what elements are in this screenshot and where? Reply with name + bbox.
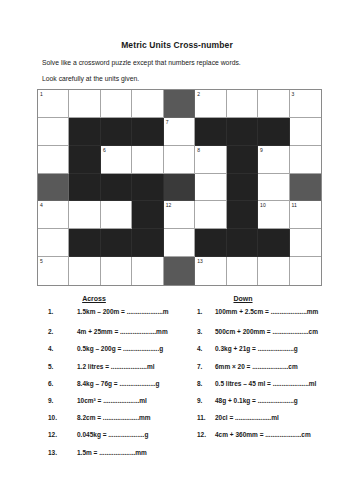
clue-item-text: 10cm³ = ....................ml <box>77 397 147 404</box>
grid-cell-r7c9[interactable] <box>290 257 321 285</box>
clue-number: 1 <box>40 91 43 97</box>
across-clue-item: 9.10cm³ = ....................ml <box>48 397 196 414</box>
clue-number: 7 <box>166 119 169 125</box>
clue-item-number: 1. <box>48 308 77 315</box>
clue-item-number: 3. <box>197 328 215 335</box>
grid-cell-r3c2 <box>69 146 100 174</box>
grid-cell-r4c6[interactable] <box>195 174 226 202</box>
grid-cell-r1c5 <box>164 90 195 118</box>
clue-item-number: 5. <box>48 363 77 370</box>
clue-item-text: 0.3kg + 21g = ....................g <box>215 345 298 352</box>
grid-cell-r6c7 <box>227 229 258 257</box>
clue-item-text: 8.2cm = ....................mm <box>77 414 151 421</box>
clue-number: 2 <box>197 91 200 97</box>
grid-cell-r4c3 <box>101 174 132 202</box>
grid-cell-r3c9[interactable] <box>290 146 321 174</box>
grid-cell-r2c9[interactable] <box>290 118 321 146</box>
clue-item-number: 6. <box>48 380 77 387</box>
across-clue-item: 6.8.4kg – 76g = ....................g <box>48 380 196 397</box>
grid-cell-r5c9[interactable]: 11 <box>290 201 321 229</box>
clue-item-text: 20cl = ....................ml <box>215 414 279 421</box>
clue-item-text: 100mm + 2.5cm = ....................mm <box>215 308 318 315</box>
grid-cell-r3c7 <box>227 146 258 174</box>
instruction-line-1: Solve like a crossword puzzle except tha… <box>42 59 241 66</box>
grid-cell-r5c7 <box>227 201 258 229</box>
grid-cell-r6c2 <box>69 229 100 257</box>
worksheet-page: Metric Units Cross-number Solve like a c… <box>0 0 354 500</box>
grid-cell-r2c2 <box>69 118 100 146</box>
grid-cell-r5c2[interactable] <box>69 201 100 229</box>
grid-cell-r3c1[interactable] <box>38 146 69 174</box>
grid-cell-r5c5[interactable]: 12 <box>164 201 195 229</box>
grid-cell-r7c8[interactable] <box>258 257 289 285</box>
grid-cell-r1c7[interactable] <box>227 90 258 118</box>
clue-item-number: 1. <box>197 308 215 315</box>
grid-cell-r6c3 <box>101 229 132 257</box>
clue-number: 8 <box>197 147 200 153</box>
clue-number: 9 <box>260 147 263 153</box>
grid-cell-r3c8[interactable]: 9 <box>258 146 289 174</box>
grid-cell-r3c4[interactable] <box>132 146 163 174</box>
down-clue-list: 1.100mm + 2.5cm = ....................mm… <box>197 308 352 449</box>
grid-cell-r2c7 <box>227 118 258 146</box>
down-clue-item: 9.48g + 0.1kg = ....................g <box>197 397 352 414</box>
down-clue-item: 3.500cm + 200mm = ....................cm <box>197 328 352 345</box>
clue-item-number: 8. <box>197 380 215 387</box>
grid-cell-r4c8[interactable] <box>258 174 289 202</box>
clue-item-number: 2. <box>48 328 77 335</box>
down-clue-item: 4.0.3kg + 21g = ....................g <box>197 345 352 362</box>
grid-cell-r1c8[interactable] <box>258 90 289 118</box>
grid-cell-r6c9[interactable] <box>290 229 321 257</box>
clue-number: 3 <box>292 91 295 97</box>
across-clue-item: 2.4m + 25mm = ....................mm <box>48 328 196 345</box>
grid-cell-r1c3[interactable] <box>101 90 132 118</box>
clue-item-text: 500cm + 200mm = ....................cm <box>215 328 318 335</box>
clue-number: 5 <box>40 258 43 264</box>
clue-number: 13 <box>197 258 203 264</box>
grid-cell-r6c8 <box>258 229 289 257</box>
clue-item-number: 7. <box>197 363 215 370</box>
down-clue-item: 8.0.5 litres – 45 ml = .................… <box>197 380 352 397</box>
grid-cell-r7c1[interactable]: 5 <box>38 257 69 285</box>
clue-number: 6 <box>103 147 106 153</box>
grid-cell-r7c5 <box>164 257 195 285</box>
grid-cell-r5c1[interactable]: 4 <box>38 201 69 229</box>
grid-cell-r1c1[interactable]: 1 <box>38 90 69 118</box>
across-clue-list: 1.1.5km – 200m = ....................m2.… <box>48 308 196 466</box>
across-header: Across <box>82 295 106 302</box>
instruction-line-2: Look carefully at the units given. <box>42 75 139 82</box>
clue-item-number: 13. <box>48 449 77 456</box>
clue-item-text: 4cm + 360mm = ....................cm <box>215 431 311 438</box>
clue-item-text: 1.5m = ....................mm <box>77 449 147 456</box>
grid-cell-r4c4 <box>132 174 163 202</box>
clue-item-text: 48g + 0.1kg = ....................g <box>215 397 298 404</box>
clue-item-text: 0.5kg – 200g = ....................g <box>77 345 163 352</box>
across-clue-item: 12.0.045kg = ....................g <box>48 431 196 448</box>
grid-cell-r7c7[interactable] <box>227 257 258 285</box>
clue-item-number: 12. <box>197 431 215 438</box>
clue-item-number: 4. <box>197 345 215 352</box>
grid-cell-r5c6[interactable] <box>195 201 226 229</box>
clue-item-text: 0.045kg = ....................g <box>77 431 148 438</box>
grid-cell-r5c4 <box>132 201 163 229</box>
down-clue-item: 12.4cm + 360mm = ....................cm <box>197 431 352 448</box>
grid-cell-r2c4 <box>132 118 163 146</box>
grid-cell-r1c2[interactable] <box>69 90 100 118</box>
across-clue-item: 1.1.5km – 200m = ....................m <box>48 308 196 325</box>
across-clue-item: 10.8.2cm = ....................mm <box>48 414 196 431</box>
clue-item-text: 4m + 25mm = ....................mm <box>77 328 168 335</box>
grid-cell-r2c3 <box>101 118 132 146</box>
clue-item-number: 9. <box>48 397 77 404</box>
grid-cell-r5c3[interactable] <box>101 201 132 229</box>
grid-cell-r6c4 <box>132 229 163 257</box>
down-clue-item: 1.100mm + 2.5cm = ....................mm <box>197 308 352 325</box>
grid-cell-r2c8 <box>258 118 289 146</box>
clue-number: 4 <box>40 202 43 208</box>
across-clue-item: 4.0.5kg – 200g = ....................g <box>48 345 196 362</box>
grid-cell-r6c5[interactable] <box>164 229 195 257</box>
grid-cell-r6c6 <box>195 229 226 257</box>
grid-cell-r3c3[interactable]: 6 <box>101 146 132 174</box>
grid-cell-r7c3[interactable] <box>101 257 132 285</box>
grid-cell-r7c6[interactable]: 13 <box>195 257 226 285</box>
grid-cell-r6c1[interactable] <box>38 229 69 257</box>
clue-item-text: 6mm × 20 = ....................cm <box>215 363 298 370</box>
clue-number: 11 <box>292 202 297 208</box>
grid-cell-r4c7 <box>227 174 258 202</box>
clue-item-number: 9. <box>197 397 215 404</box>
puzzle-grid: 12376894121011513 <box>37 89 322 286</box>
clue-item-number: 10. <box>48 414 77 421</box>
grid-cell-r2c5[interactable]: 7 <box>164 118 195 146</box>
grid-cell-r7c2[interactable] <box>69 257 100 285</box>
clue-item-text: 8.4kg – 76g = ....................g <box>77 380 160 387</box>
grid-cell-r4c2 <box>69 174 100 202</box>
down-header: Down <box>233 295 252 302</box>
grid-cell-r2c6 <box>195 118 226 146</box>
across-clue-item: 13.1.5m = ....................mm <box>48 449 196 466</box>
page-title: Metric Units Cross-number <box>0 40 354 50</box>
grid-cell-r1c4[interactable] <box>132 90 163 118</box>
clue-item-number: 4. <box>48 345 77 352</box>
grid-cell-r5c8[interactable]: 10 <box>258 201 289 229</box>
clue-number: 10 <box>260 202 266 208</box>
clue-item-text: 1.2 litres = ....................ml <box>77 363 155 370</box>
grid-cell-r3c6[interactable]: 8 <box>195 146 226 174</box>
grid-cell-r1c9[interactable]: 3 <box>290 90 321 118</box>
clue-item-number: 12. <box>48 431 77 438</box>
grid-cell-r4c5 <box>164 174 195 202</box>
grid-cell-r4c9 <box>290 174 321 202</box>
across-clue-item: 5.1.2 litres = ....................ml <box>48 363 196 380</box>
down-clue-item: 11.20cl = ....................ml <box>197 414 352 431</box>
grid-cell-r3c5[interactable] <box>164 146 195 174</box>
clue-item-text: 1.5km – 200m = ....................m <box>77 308 169 315</box>
clue-item-text: 0.5 litres – 45 ml = ...................… <box>215 380 316 387</box>
grid-cell-r1c6[interactable]: 2 <box>195 90 226 118</box>
down-clue-item: 7.6mm × 20 = ....................cm <box>197 363 352 380</box>
clue-item-number: 11. <box>197 414 215 421</box>
grid-cell-r4c1 <box>38 174 69 202</box>
clue-number: 12 <box>166 202 172 208</box>
grid-cell-r2c1[interactable] <box>38 118 69 146</box>
grid-cell-r7c4[interactable] <box>132 257 163 285</box>
